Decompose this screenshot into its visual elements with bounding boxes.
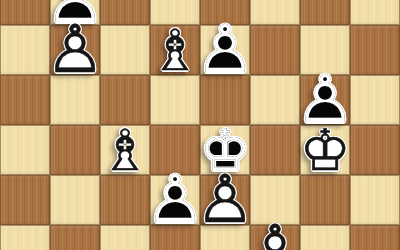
- square-a4[interactable]: [0, 125, 50, 175]
- white-bishop-outline: ♗: [100, 125, 150, 175]
- square-h7[interactable]: [350, 0, 400, 25]
- square-b4[interactable]: [50, 125, 100, 175]
- square-c2[interactable]: [100, 225, 150, 250]
- square-h4[interactable]: [350, 125, 400, 175]
- white-king-g4[interactable]: ♚♔: [300, 125, 350, 175]
- square-a7[interactable]: [0, 0, 50, 25]
- square-f7[interactable]: [250, 0, 300, 25]
- square-h2[interactable]: [350, 225, 400, 250]
- white-pawn-outline: ♙: [200, 175, 250, 225]
- square-b2[interactable]: [50, 225, 100, 250]
- white-pawn-f2[interactable]: ♟♙: [250, 225, 300, 250]
- white-pawn-b6[interactable]: ♟♙: [50, 25, 100, 75]
- square-h5[interactable]: [350, 75, 400, 125]
- square-c6[interactable]: [100, 25, 150, 75]
- square-a2[interactable]: [0, 225, 50, 250]
- square-g7[interactable]: [300, 0, 350, 25]
- black-pawn-e6[interactable]: ♟♙: [200, 25, 250, 75]
- white-pawn-e3[interactable]: ♟♙: [200, 175, 250, 225]
- black-pawn-d3[interactable]: ♟♙: [150, 175, 200, 225]
- square-g2[interactable]: [300, 225, 350, 250]
- black-pawn-outline: ♙: [200, 25, 250, 75]
- black-pawn-outline: ♙: [150, 175, 200, 225]
- white-bishop-c4[interactable]: ♝♗: [100, 125, 150, 175]
- white-king-outline: ♔: [300, 125, 350, 175]
- square-f6[interactable]: [250, 25, 300, 75]
- square-a6[interactable]: [0, 25, 50, 75]
- square-a5[interactable]: [0, 75, 50, 125]
- white-pawn-outline: ♙: [50, 25, 100, 75]
- square-h3[interactable]: [350, 175, 400, 225]
- square-h6[interactable]: [350, 25, 400, 75]
- white-pawn-outline: ♙: [250, 225, 300, 250]
- chess-board: ♟♙♟♙♝♗♟♙♟♙♝♗♚♔♚♔♟♙♟♙♟♙: [0, 0, 400, 250]
- square-f5[interactable]: [250, 75, 300, 125]
- white-bishop-d6[interactable]: ♝♗: [150, 25, 200, 75]
- square-c7[interactable]: [100, 0, 150, 25]
- square-f4[interactable]: [250, 125, 300, 175]
- white-bishop-outline: ♗: [150, 25, 200, 75]
- square-a3[interactable]: [0, 175, 50, 225]
- square-b3[interactable]: [50, 175, 100, 225]
